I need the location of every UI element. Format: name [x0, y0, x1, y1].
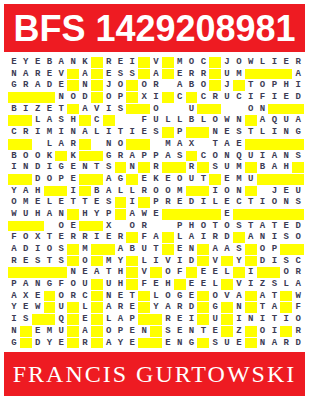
grid-cell: L	[197, 115, 209, 126]
grid-cell: G	[292, 127, 304, 138]
grid-cell	[44, 221, 56, 232]
grid-cell: T	[209, 221, 221, 232]
grid-cell: L	[209, 279, 221, 290]
grid-cell: I	[268, 92, 280, 103]
grid-cell	[162, 209, 174, 220]
grid-cell: H	[186, 221, 198, 232]
grid-cell: P	[138, 151, 150, 162]
grid-cell: I	[8, 314, 20, 325]
grid-cell: K	[79, 57, 91, 68]
grid-cell: R	[292, 326, 304, 337]
grid-cell	[209, 174, 221, 185]
grid-cell: O	[221, 221, 233, 232]
grid-cell: T	[268, 221, 280, 232]
grid-cell: I	[268, 57, 280, 68]
grid-cell: X	[186, 139, 198, 150]
grid-cell	[91, 69, 103, 80]
grid-cell: L	[257, 57, 269, 68]
grid-cell: T	[91, 162, 103, 173]
grid-cell	[20, 221, 32, 232]
grid-cell	[162, 127, 174, 138]
grid-cell	[32, 221, 44, 232]
grid-cell	[32, 267, 44, 278]
author-band: FRANCIS GURTOWSKI	[4, 352, 305, 396]
grid-cell: O	[103, 326, 115, 337]
grid-cell: R	[174, 302, 186, 313]
grid-cell	[292, 209, 304, 220]
grid-cell: G	[8, 338, 20, 349]
grid-cell: E	[55, 338, 67, 349]
grid-cell: E	[186, 279, 198, 290]
grid-cell: A	[55, 57, 67, 68]
grid-cell: R	[138, 186, 150, 197]
grid-cell: P	[150, 151, 162, 162]
grid-cell	[91, 244, 103, 255]
grid-cell	[209, 57, 221, 68]
grid-cell: M	[44, 127, 56, 138]
grid-cell: A	[20, 186, 32, 197]
grid-cell	[115, 197, 127, 208]
grid-cell: O	[257, 244, 269, 255]
grid-cell	[8, 92, 20, 103]
grid-cell: V	[91, 104, 103, 115]
grid-cell	[174, 162, 186, 173]
grid-cell: P	[115, 326, 127, 337]
grid-cell: C	[197, 151, 209, 162]
grid-cell	[91, 314, 103, 325]
grid-cell	[257, 267, 269, 278]
grid-cell: M	[233, 69, 245, 80]
grid-cell: N	[67, 57, 79, 68]
grid-cell: C	[197, 57, 209, 68]
grid-cell	[280, 302, 292, 313]
grid-cell	[126, 139, 138, 150]
grid-cell	[91, 139, 103, 150]
grid-cell: H	[115, 267, 127, 278]
grid-cell: N	[67, 267, 79, 278]
grid-cell	[268, 174, 280, 185]
grid-cell: V	[138, 267, 150, 278]
grid-cell: R	[32, 69, 44, 80]
grid-cell: H	[280, 80, 292, 91]
grid-cell: A	[257, 221, 269, 232]
grid-cell	[20, 174, 32, 185]
grid-cell	[257, 139, 269, 150]
grid-cell	[197, 338, 209, 349]
grid-cell: Y	[44, 338, 56, 349]
grid-cell: S	[55, 244, 67, 255]
grid-cell	[233, 209, 245, 220]
grid-cell: R	[115, 151, 127, 162]
grid-cell: I	[245, 279, 257, 290]
grid-cell: R	[8, 256, 20, 267]
grid-cell: A	[245, 232, 257, 243]
grid-cell: H	[32, 186, 44, 197]
grid-cell	[91, 256, 103, 267]
grid-cell: E	[91, 197, 103, 208]
grid-cell	[67, 338, 79, 349]
grid-cell: R	[209, 232, 221, 243]
grid-cell: F	[138, 232, 150, 243]
grid-cell	[162, 104, 174, 115]
grid-cell: A	[8, 244, 20, 255]
grid-cell: O	[162, 186, 174, 197]
grid-cell: I	[245, 267, 257, 278]
grid-cell: E	[174, 197, 186, 208]
grid-cell: E	[115, 291, 127, 302]
grid-cell: S	[280, 256, 292, 267]
grid-cell	[292, 162, 304, 173]
grid-cell	[91, 338, 103, 349]
grid-cell: S	[55, 115, 67, 126]
grid-cell: E	[20, 256, 32, 267]
grid-cell	[138, 162, 150, 173]
grid-cell: E	[32, 326, 44, 337]
grid-cell: E	[55, 232, 67, 243]
grid-cell: E	[138, 127, 150, 138]
grid-cell: O	[221, 186, 233, 197]
grid-cell	[126, 174, 138, 185]
grid-cell: I	[150, 256, 162, 267]
grid-cell	[186, 186, 198, 197]
grid-cell	[268, 209, 280, 220]
grid-cell: O	[174, 174, 186, 185]
grid-cell: U	[221, 162, 233, 173]
grid-cell: S	[55, 256, 67, 267]
grid-cell	[162, 92, 174, 103]
grid-cell	[221, 314, 233, 325]
grid-cell	[20, 326, 32, 337]
grid-cell	[257, 209, 269, 220]
grid-cell	[91, 326, 103, 337]
grid-cell: A	[103, 186, 115, 197]
grid-cell: O	[257, 80, 269, 91]
grid-cell: I	[257, 314, 269, 325]
grid-cell	[20, 139, 32, 150]
grid-cell	[233, 104, 245, 115]
grid-cell	[44, 92, 56, 103]
grid-cell: E	[44, 104, 56, 115]
grid-cell	[91, 80, 103, 91]
grid-cell: O	[292, 314, 304, 325]
grid-cell	[20, 338, 32, 349]
grid-cell: D	[79, 92, 91, 103]
grid-cell: N	[280, 127, 292, 138]
grid-cell	[44, 291, 56, 302]
grid-cell: H	[79, 209, 91, 220]
grid-cell: I	[174, 256, 186, 267]
grid-cell: A	[162, 151, 174, 162]
grid-cell: O	[233, 57, 245, 68]
grid-cell: L	[150, 291, 162, 302]
grid-cell: I	[126, 197, 138, 208]
grid-cell: E	[221, 174, 233, 185]
grid-cell: R	[20, 80, 32, 91]
grid-cell: Y	[8, 302, 20, 313]
grid-cell: K	[44, 151, 56, 162]
grid-cell: O	[162, 291, 174, 302]
grid-cell	[162, 80, 174, 91]
grid-cell: F	[8, 232, 20, 243]
grid-cell: O	[209, 151, 221, 162]
grid-cell: Y	[150, 302, 162, 313]
grid-cell: E	[138, 174, 150, 185]
grid-cell	[55, 151, 67, 162]
grid-cell	[186, 151, 198, 162]
grid-cell: L	[138, 256, 150, 267]
grid-cell: F	[257, 92, 269, 103]
grid-cell: R	[162, 197, 174, 208]
grid-cell: E	[174, 69, 186, 80]
grid-cell: A	[20, 69, 32, 80]
grid-cell: V	[150, 57, 162, 68]
grid-cell: N	[79, 162, 91, 173]
grid-cell	[79, 115, 91, 126]
grid-cell: N	[257, 232, 269, 243]
grid-cell: O	[115, 139, 127, 150]
grid-cell: O	[44, 174, 56, 185]
grid-cell: C	[197, 92, 209, 103]
grid-cell: I	[103, 104, 115, 115]
grid-cell: S	[233, 244, 245, 255]
grid-cell: Y	[115, 256, 127, 267]
grid-cell	[292, 244, 304, 255]
grid-cell	[162, 221, 174, 232]
grid-cell: Y	[115, 338, 127, 349]
grid-cell: I	[268, 232, 280, 243]
grid-cell: X	[103, 221, 115, 232]
grid-cell	[162, 162, 174, 173]
grid-cell: G	[55, 162, 67, 173]
grid-cell: S	[292, 151, 304, 162]
grid-cell: B	[8, 151, 20, 162]
grid-cell: F	[55, 279, 67, 290]
grid-cell: D	[32, 174, 44, 185]
grid-cell	[221, 104, 233, 115]
grid-cell	[162, 232, 174, 243]
grid-cell	[126, 279, 138, 290]
grid-cell	[268, 69, 280, 80]
grid-cell	[280, 174, 292, 185]
grid-cell	[44, 302, 56, 313]
grid-cell	[115, 162, 127, 173]
grid-cell: D	[186, 302, 198, 313]
grid-cell: N	[221, 151, 233, 162]
grid-cell	[32, 92, 44, 103]
grid-cell: N	[8, 326, 20, 337]
grid-cell: A	[150, 232, 162, 243]
grid-cell: R	[209, 92, 221, 103]
grid-cell: C	[8, 127, 20, 138]
grid-cell	[91, 151, 103, 162]
grid-cell: O	[138, 80, 150, 91]
grid-cell: D	[292, 338, 304, 349]
grid-cell: E	[126, 338, 138, 349]
grid-cell	[245, 244, 257, 255]
grid-cell: N	[280, 197, 292, 208]
grid-cell: A	[79, 69, 91, 80]
grid-cell	[197, 162, 209, 173]
grid-cell: S	[32, 256, 44, 267]
grid-cell: P	[8, 279, 20, 290]
grid-cell: E	[126, 302, 138, 313]
grid-cell: O	[20, 232, 32, 243]
grid-cell: D	[257, 256, 269, 267]
grid-cell: B	[91, 186, 103, 197]
grid-cell: O	[20, 151, 32, 162]
grid-cell: I	[197, 232, 209, 243]
grid-cell: I	[186, 314, 198, 325]
grid-cell	[197, 291, 209, 302]
grid-cell	[79, 186, 91, 197]
grid-cell: E	[67, 174, 79, 185]
grid-cell: U	[150, 115, 162, 126]
grid-cell: A	[162, 302, 174, 313]
grid-cell: F	[138, 279, 150, 290]
grid-cell: U	[245, 151, 257, 162]
grid-cell: N	[209, 127, 221, 138]
grid-cell: W	[8, 209, 20, 220]
grid-cell: R	[67, 139, 79, 150]
grid-cell: A	[103, 302, 115, 313]
grid-cell	[245, 69, 257, 80]
grid-cell: O	[162, 267, 174, 278]
grid-cell: W	[221, 115, 233, 126]
grid-cell: Q	[268, 115, 280, 126]
grid-cell: O	[257, 326, 269, 337]
grid-cell	[8, 174, 20, 185]
grid-cell: D	[292, 92, 304, 103]
grid-cell	[55, 267, 67, 278]
grid-cell: A	[79, 326, 91, 337]
grid-cell	[245, 302, 257, 313]
grid-cell	[245, 291, 257, 302]
grid-cell	[8, 139, 20, 150]
grid-cell: N	[186, 244, 198, 255]
grid-cell: W	[292, 291, 304, 302]
grid-cell: C	[233, 197, 245, 208]
grid-cell	[126, 232, 138, 243]
grid-cell: A	[115, 314, 127, 325]
grid-cell: R	[103, 57, 115, 68]
grid-cell: E	[209, 326, 221, 337]
grid-cell: A	[91, 267, 103, 278]
grid-cell: D	[221, 232, 233, 243]
grid-cell: L	[44, 197, 56, 208]
grid-cell: Z	[32, 104, 44, 115]
grid-cell	[8, 115, 20, 126]
grid-cell	[91, 279, 103, 290]
grid-cell	[209, 69, 221, 80]
grid-cell	[91, 174, 103, 185]
grid-cell: I	[126, 127, 138, 138]
grid-cell	[257, 186, 269, 197]
grid-cell: N	[67, 127, 79, 138]
grid-cell: E	[67, 221, 79, 232]
grid-cell: I	[32, 127, 44, 138]
grid-cell: G	[115, 174, 127, 185]
grid-cell: J	[221, 57, 233, 68]
grid-cell: I	[44, 162, 56, 173]
grid-cell: P	[150, 197, 162, 208]
grid-cell: V	[209, 256, 221, 267]
grid-cell: D	[44, 80, 56, 91]
grid-cell	[79, 139, 91, 150]
grid-cell: A	[79, 127, 91, 138]
grid-cell	[44, 186, 56, 197]
grid-cell: P	[174, 127, 186, 138]
author-name: FRANCIS GURTOWSKI	[13, 361, 296, 388]
grid-cell: X	[20, 291, 32, 302]
grid-cell: S	[209, 162, 221, 173]
grid-cell: E	[174, 326, 186, 337]
grid-cell: E	[280, 186, 292, 197]
grid-cell	[91, 57, 103, 68]
grid-cell: I	[257, 197, 269, 208]
grid-cell	[186, 267, 198, 278]
grid-cell: S	[20, 314, 32, 325]
grid-cell: T	[209, 139, 221, 150]
grid-cell: O	[292, 232, 304, 243]
grid-cell: P	[126, 314, 138, 325]
grid-cell: H	[115, 279, 127, 290]
grid-cell: P	[55, 174, 67, 185]
grid-cell	[280, 291, 292, 302]
grid-cell: A	[292, 69, 304, 80]
grid-cell: O	[197, 80, 209, 91]
grid-cell: T	[79, 197, 91, 208]
grid-cell: T	[67, 197, 79, 208]
grid-cell	[257, 69, 269, 80]
grid-cell	[126, 104, 138, 115]
grid-cell: U	[186, 174, 198, 185]
grid-cell: O	[55, 291, 67, 302]
grid-cell: E	[221, 127, 233, 138]
grid-cell: P	[174, 221, 186, 232]
grid-cell: T	[245, 221, 257, 232]
grid-cell: I	[150, 92, 162, 103]
grid-cell: M	[233, 162, 245, 173]
grid-cell: R	[20, 127, 32, 138]
grid-cell: M	[174, 186, 186, 197]
grid-cell: S	[280, 232, 292, 243]
grid-cell: E	[233, 338, 245, 349]
grid-cell: N	[126, 162, 138, 173]
grid-cell	[91, 302, 103, 313]
grid-cell	[67, 314, 79, 325]
grid-cell: N	[233, 186, 245, 197]
grid-cell: Q	[233, 151, 245, 162]
grid-cell	[150, 221, 162, 232]
grid-cell: A	[221, 244, 233, 255]
grid-cell: I	[245, 92, 257, 103]
grid-cell	[197, 314, 209, 325]
grid-cell: S	[162, 326, 174, 337]
grid-cell: R	[150, 80, 162, 91]
book-title: BFS 1429208981	[13, 6, 295, 50]
grid-cell	[268, 139, 280, 150]
grid-cell: R	[292, 267, 304, 278]
grid-cell: E	[67, 162, 79, 173]
grid-cell: T	[44, 232, 56, 243]
grid-cell: R	[115, 232, 127, 243]
grid-cell	[115, 209, 127, 220]
grid-cell: G	[103, 151, 115, 162]
grid-cell: A	[233, 291, 245, 302]
grid-cell: S	[115, 69, 127, 80]
grid-cell: A	[8, 291, 20, 302]
grid-cell: E	[209, 267, 221, 278]
